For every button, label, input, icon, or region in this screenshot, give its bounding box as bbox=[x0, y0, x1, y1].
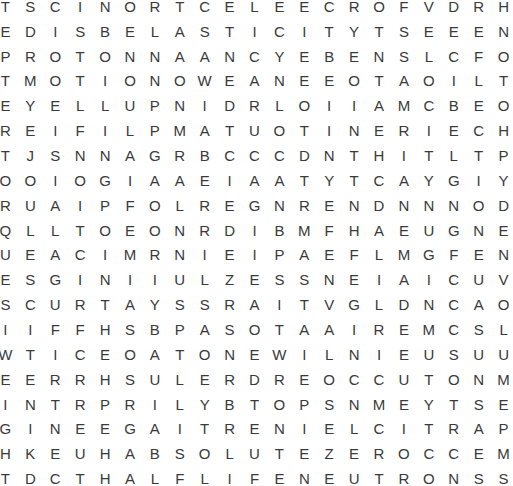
grid-cell[interactable]: P bbox=[93, 392, 118, 417]
grid-cell[interactable]: N bbox=[391, 193, 416, 218]
grid-cell[interactable]: I bbox=[416, 267, 441, 292]
grid-cell[interactable]: C bbox=[416, 93, 441, 118]
grid-cell[interactable]: F bbox=[167, 466, 192, 486]
grid-cell[interactable]: T bbox=[43, 392, 68, 417]
grid-cell[interactable]: P bbox=[292, 392, 317, 417]
grid-cell[interactable]: S bbox=[192, 19, 217, 44]
grid-cell[interactable]: O bbox=[292, 93, 317, 118]
grid-cell[interactable]: T bbox=[217, 19, 242, 44]
grid-cell[interactable]: E bbox=[217, 243, 242, 268]
grid-cell[interactable]: N bbox=[142, 44, 167, 69]
grid-cell[interactable]: A bbox=[142, 342, 167, 367]
grid-cell[interactable]: S bbox=[391, 44, 416, 69]
grid-cell[interactable]: T bbox=[167, 342, 192, 367]
grid-cell[interactable]: T bbox=[367, 19, 392, 44]
grid-cell[interactable]: D bbox=[441, 0, 466, 19]
grid-cell[interactable]: S bbox=[466, 317, 491, 342]
grid-cell[interactable]: N bbox=[317, 143, 342, 168]
grid-cell[interactable]: L bbox=[142, 19, 167, 44]
grid-cell[interactable]: I bbox=[292, 342, 317, 367]
grid-cell[interactable]: D bbox=[242, 367, 267, 392]
grid-cell[interactable]: E bbox=[292, 44, 317, 69]
grid-cell[interactable]: A bbox=[391, 69, 416, 94]
grid-cell[interactable]: O bbox=[367, 0, 392, 19]
grid-cell[interactable]: T bbox=[367, 466, 392, 486]
grid-cell[interactable]: S bbox=[167, 441, 192, 466]
grid-cell[interactable]: M bbox=[391, 93, 416, 118]
grid-cell[interactable]: S bbox=[317, 392, 342, 417]
grid-cell[interactable]: O bbox=[142, 193, 167, 218]
grid-cell[interactable]: N bbox=[491, 243, 513, 268]
grid-cell[interactable]: R bbox=[142, 0, 167, 19]
grid-cell[interactable]: L bbox=[43, 218, 68, 243]
grid-cell[interactable]: I bbox=[242, 243, 267, 268]
grid-cell[interactable]: C bbox=[267, 143, 292, 168]
grid-cell[interactable]: T bbox=[0, 0, 18, 19]
grid-cell[interactable]: F bbox=[317, 218, 342, 243]
grid-cell[interactable]: O bbox=[491, 44, 513, 69]
grid-cell[interactable]: A bbox=[43, 243, 68, 268]
grid-cell[interactable]: N bbox=[93, 267, 118, 292]
grid-cell[interactable]: H bbox=[93, 367, 118, 392]
grid-cell[interactable]: E bbox=[367, 118, 392, 143]
grid-cell[interactable]: O bbox=[342, 69, 367, 94]
grid-cell[interactable]: O bbox=[416, 466, 441, 486]
grid-cell[interactable]: L bbox=[367, 292, 392, 317]
grid-cell[interactable]: Z bbox=[317, 441, 342, 466]
grid-cell[interactable]: D bbox=[491, 193, 513, 218]
grid-cell[interactable]: E bbox=[317, 466, 342, 486]
grid-cell[interactable]: M bbox=[391, 243, 416, 268]
grid-cell[interactable]: C bbox=[367, 168, 392, 193]
grid-cell[interactable]: T bbox=[68, 218, 93, 243]
grid-cell[interactable]: C bbox=[441, 441, 466, 466]
grid-cell[interactable]: N bbox=[93, 0, 118, 19]
grid-cell[interactable]: F bbox=[68, 118, 93, 143]
grid-cell[interactable]: U bbox=[466, 267, 491, 292]
grid-cell[interactable]: C bbox=[242, 143, 267, 168]
grid-cell[interactable]: T bbox=[93, 292, 118, 317]
grid-cell[interactable]: T bbox=[292, 292, 317, 317]
grid-cell[interactable]: R bbox=[0, 193, 18, 218]
grid-cell[interactable]: H bbox=[342, 218, 367, 243]
grid-cell[interactable]: E bbox=[317, 69, 342, 94]
grid-cell[interactable]: C bbox=[192, 0, 217, 19]
grid-cell[interactable]: S bbox=[0, 292, 18, 317]
grid-cell[interactable]: I bbox=[43, 118, 68, 143]
grid-cell[interactable]: E bbox=[317, 193, 342, 218]
grid-cell[interactable]: A bbox=[466, 292, 491, 317]
grid-cell[interactable]: R bbox=[68, 392, 93, 417]
grid-cell[interactable]: D bbox=[18, 466, 43, 486]
grid-cell[interactable]: L bbox=[167, 392, 192, 417]
grid-cell[interactable]: E bbox=[43, 93, 68, 118]
grid-cell[interactable]: A bbox=[118, 466, 143, 486]
grid-cell[interactable]: G bbox=[441, 168, 466, 193]
grid-cell[interactable]: E bbox=[118, 218, 143, 243]
grid-cell[interactable]: R bbox=[68, 367, 93, 392]
grid-cell[interactable]: T bbox=[416, 367, 441, 392]
grid-cell[interactable]: E bbox=[118, 19, 143, 44]
grid-cell[interactable]: T bbox=[167, 0, 192, 19]
grid-cell[interactable]: I bbox=[68, 267, 93, 292]
grid-cell[interactable]: E bbox=[18, 118, 43, 143]
grid-cell[interactable]: I bbox=[142, 392, 167, 417]
grid-cell[interactable]: G bbox=[43, 267, 68, 292]
grid-cell[interactable]: M bbox=[292, 218, 317, 243]
grid-cell[interactable]: L bbox=[142, 466, 167, 486]
grid-cell[interactable]: R bbox=[192, 193, 217, 218]
grid-cell[interactable]: I bbox=[367, 342, 392, 367]
grid-cell[interactable]: N bbox=[342, 118, 367, 143]
grid-cell[interactable]: N bbox=[441, 466, 466, 486]
grid-cell[interactable]: T bbox=[342, 168, 367, 193]
grid-cell[interactable]: T bbox=[18, 342, 43, 367]
grid-cell[interactable]: T bbox=[292, 118, 317, 143]
grid-cell[interactable]: E bbox=[18, 367, 43, 392]
grid-cell[interactable]: M bbox=[118, 243, 143, 268]
grid-cell[interactable]: T bbox=[0, 466, 18, 486]
grid-cell[interactable]: I bbox=[118, 168, 143, 193]
grid-cell[interactable]: A bbox=[242, 292, 267, 317]
grid-cell[interactable]: S bbox=[466, 392, 491, 417]
grid-cell[interactable]: L bbox=[267, 93, 292, 118]
grid-cell[interactable]: P bbox=[267, 243, 292, 268]
grid-cell[interactable]: N bbox=[267, 193, 292, 218]
grid-cell[interactable]: I bbox=[68, 193, 93, 218]
grid-cell[interactable]: I bbox=[43, 168, 68, 193]
grid-cell[interactable]: W bbox=[192, 69, 217, 94]
grid-cell[interactable]: H bbox=[93, 441, 118, 466]
grid-cell[interactable]: A bbox=[118, 143, 143, 168]
grid-cell[interactable]: R bbox=[118, 392, 143, 417]
grid-cell[interactable]: O bbox=[242, 317, 267, 342]
grid-cell[interactable]: T bbox=[416, 143, 441, 168]
grid-cell[interactable]: P bbox=[167, 317, 192, 342]
grid-cell[interactable]: I bbox=[18, 317, 43, 342]
grid-cell[interactable]: R bbox=[0, 118, 18, 143]
grid-cell[interactable]: U bbox=[18, 193, 43, 218]
grid-cell[interactable]: A bbox=[43, 193, 68, 218]
grid-cell[interactable]: N bbox=[18, 392, 43, 417]
grid-cell[interactable]: C bbox=[68, 342, 93, 367]
grid-cell[interactable]: C bbox=[441, 317, 466, 342]
grid-cell[interactable]: N bbox=[342, 342, 367, 367]
grid-cell[interactable]: V bbox=[317, 292, 342, 317]
grid-cell[interactable]: C bbox=[367, 367, 392, 392]
grid-cell[interactable]: I bbox=[0, 392, 18, 417]
grid-cell[interactable]: Y bbox=[267, 44, 292, 69]
grid-cell[interactable]: E bbox=[292, 441, 317, 466]
grid-cell[interactable]: E bbox=[242, 342, 267, 367]
grid-cell[interactable]: E bbox=[43, 441, 68, 466]
grid-cell[interactable]: A bbox=[167, 168, 192, 193]
grid-cell[interactable]: R bbox=[267, 367, 292, 392]
grid-cell[interactable]: I bbox=[317, 93, 342, 118]
grid-cell[interactable]: T bbox=[217, 118, 242, 143]
grid-cell[interactable]: E bbox=[342, 441, 367, 466]
grid-cell[interactable]: E bbox=[192, 367, 217, 392]
grid-cell[interactable]: A bbox=[142, 168, 167, 193]
grid-cell[interactable]: E bbox=[491, 392, 513, 417]
grid-cell[interactable]: N bbox=[466, 367, 491, 392]
grid-cell[interactable]: Z bbox=[217, 267, 242, 292]
grid-cell[interactable]: V bbox=[416, 0, 441, 19]
grid-cell[interactable]: I bbox=[292, 416, 317, 441]
grid-cell[interactable]: T bbox=[242, 392, 267, 417]
grid-cell[interactable]: N bbox=[167, 218, 192, 243]
grid-cell[interactable]: I bbox=[43, 19, 68, 44]
grid-cell[interactable]: E bbox=[242, 416, 267, 441]
grid-cell[interactable]: E bbox=[441, 19, 466, 44]
grid-cell[interactable]: O bbox=[317, 367, 342, 392]
grid-cell[interactable]: F bbox=[43, 317, 68, 342]
grid-cell[interactable]: R bbox=[68, 292, 93, 317]
grid-cell[interactable]: U bbox=[391, 367, 416, 392]
grid-cell[interactable]: U bbox=[68, 441, 93, 466]
grid-cell[interactable]: N bbox=[43, 416, 68, 441]
grid-cell[interactable]: S bbox=[217, 317, 242, 342]
grid-cell[interactable]: T bbox=[267, 317, 292, 342]
grid-cell[interactable]: M bbox=[491, 441, 513, 466]
grid-cell[interactable]: U bbox=[167, 267, 192, 292]
grid-cell[interactable]: N bbox=[292, 466, 317, 486]
grid-cell[interactable]: E bbox=[342, 44, 367, 69]
grid-cell[interactable]: L bbox=[317, 342, 342, 367]
grid-cell[interactable]: N bbox=[416, 292, 441, 317]
grid-cell[interactable]: Y bbox=[491, 168, 513, 193]
grid-cell[interactable]: B bbox=[192, 143, 217, 168]
grid-cell[interactable]: I bbox=[342, 93, 367, 118]
grid-cell[interactable]: L bbox=[93, 93, 118, 118]
grid-cell[interactable]: T bbox=[342, 143, 367, 168]
grid-cell[interactable]: A bbox=[118, 441, 143, 466]
grid-cell[interactable]: L bbox=[441, 143, 466, 168]
grid-cell[interactable]: Y bbox=[142, 292, 167, 317]
grid-cell[interactable]: O bbox=[192, 342, 217, 367]
grid-cell[interactable]: I bbox=[466, 168, 491, 193]
grid-cell[interactable]: E bbox=[217, 0, 242, 19]
grid-cell[interactable]: N bbox=[491, 19, 513, 44]
grid-cell[interactable]: L bbox=[242, 0, 267, 19]
grid-cell[interactable]: G bbox=[142, 143, 167, 168]
grid-cell[interactable]: L bbox=[167, 367, 192, 392]
grid-cell[interactable]: N bbox=[167, 93, 192, 118]
grid-cell[interactable]: D bbox=[217, 218, 242, 243]
grid-cell[interactable]: I bbox=[217, 466, 242, 486]
grid-cell[interactable]: I bbox=[242, 218, 267, 243]
grid-cell[interactable]: N bbox=[317, 267, 342, 292]
grid-cell[interactable]: R bbox=[367, 441, 392, 466]
grid-cell[interactable]: D bbox=[292, 143, 317, 168]
grid-cell[interactable]: I bbox=[416, 118, 441, 143]
grid-cell[interactable]: E bbox=[491, 218, 513, 243]
grid-cell[interactable]: Y bbox=[317, 168, 342, 193]
grid-cell[interactable]: R bbox=[292, 193, 317, 218]
grid-cell[interactable]: I bbox=[342, 317, 367, 342]
grid-cell[interactable]: P bbox=[142, 118, 167, 143]
grid-cell[interactable]: V bbox=[491, 267, 513, 292]
grid-cell[interactable]: E bbox=[466, 441, 491, 466]
grid-cell[interactable]: D bbox=[18, 19, 43, 44]
grid-cell[interactable]: T bbox=[466, 143, 491, 168]
grid-cell[interactable]: O bbox=[0, 168, 18, 193]
grid-cell[interactable]: M bbox=[416, 317, 441, 342]
grid-cell[interactable]: T bbox=[68, 466, 93, 486]
grid-cell[interactable]: A bbox=[192, 118, 217, 143]
grid-cell[interactable]: E bbox=[391, 218, 416, 243]
grid-cell[interactable]: E bbox=[466, 19, 491, 44]
grid-cell[interactable]: C bbox=[43, 466, 68, 486]
grid-cell[interactable]: N bbox=[118, 44, 143, 69]
grid-cell[interactable]: R bbox=[217, 416, 242, 441]
grid-cell[interactable]: W bbox=[0, 342, 18, 367]
grid-cell[interactable]: R bbox=[167, 143, 192, 168]
grid-cell[interactable]: H bbox=[93, 317, 118, 342]
grid-cell[interactable]: A bbox=[192, 317, 217, 342]
grid-cell[interactable]: H bbox=[491, 0, 513, 19]
grid-cell[interactable]: I bbox=[93, 69, 118, 94]
grid-cell[interactable]: E bbox=[267, 466, 292, 486]
grid-cell[interactable]: R bbox=[142, 243, 167, 268]
grid-cell[interactable]: J bbox=[18, 143, 43, 168]
grid-cell[interactable]: E bbox=[0, 267, 18, 292]
grid-cell[interactable]: I bbox=[93, 118, 118, 143]
grid-cell[interactable]: A bbox=[242, 69, 267, 94]
grid-cell[interactable]: F bbox=[466, 44, 491, 69]
grid-cell[interactable]: S bbox=[292, 267, 317, 292]
grid-cell[interactable]: R bbox=[367, 317, 392, 342]
grid-cell[interactable]: O bbox=[391, 441, 416, 466]
grid-cell[interactable]: E bbox=[267, 0, 292, 19]
grid-cell[interactable]: O bbox=[93, 218, 118, 243]
grid-cell[interactable]: R bbox=[18, 44, 43, 69]
grid-cell[interactable]: A bbox=[118, 292, 143, 317]
grid-cell[interactable]: U bbox=[0, 243, 18, 268]
grid-cell[interactable]: I bbox=[192, 93, 217, 118]
grid-cell[interactable]: E bbox=[292, 0, 317, 19]
grid-cell[interactable]: T bbox=[367, 69, 392, 94]
grid-cell[interactable]: T bbox=[68, 44, 93, 69]
grid-cell[interactable]: R bbox=[217, 292, 242, 317]
grid-cell[interactable]: N bbox=[441, 193, 466, 218]
grid-cell[interactable]: A bbox=[192, 44, 217, 69]
grid-cell[interactable]: T bbox=[416, 416, 441, 441]
grid-cell[interactable]: E bbox=[342, 267, 367, 292]
grid-cell[interactable]: C bbox=[68, 243, 93, 268]
grid-cell[interactable]: P bbox=[491, 143, 513, 168]
grid-cell[interactable]: A bbox=[317, 317, 342, 342]
grid-cell[interactable]: I bbox=[317, 118, 342, 143]
grid-cell[interactable]: O bbox=[491, 292, 513, 317]
grid-cell[interactable]: C bbox=[43, 0, 68, 19]
grid-cell[interactable]: R bbox=[391, 118, 416, 143]
grid-cell[interactable]: N bbox=[342, 193, 367, 218]
grid-cell[interactable]: E bbox=[0, 19, 18, 44]
grid-cell[interactable]: D bbox=[217, 93, 242, 118]
grid-cell[interactable]: E bbox=[466, 243, 491, 268]
grid-cell[interactable]: C bbox=[267, 19, 292, 44]
grid-cell[interactable]: E bbox=[18, 243, 43, 268]
grid-cell[interactable]: U bbox=[142, 367, 167, 392]
grid-cell[interactable]: O bbox=[18, 168, 43, 193]
grid-cell[interactable]: A bbox=[292, 243, 317, 268]
grid-cell[interactable]: A bbox=[267, 168, 292, 193]
grid-cell[interactable]: T bbox=[192, 416, 217, 441]
grid-cell[interactable]: S bbox=[267, 267, 292, 292]
grid-cell[interactable]: A bbox=[142, 416, 167, 441]
grid-cell[interactable]: E bbox=[68, 416, 93, 441]
grid-cell[interactable]: E bbox=[93, 342, 118, 367]
grid-cell[interactable]: B bbox=[142, 317, 167, 342]
grid-cell[interactable]: Y bbox=[342, 19, 367, 44]
grid-cell[interactable]: L bbox=[217, 441, 242, 466]
grid-cell[interactable]: E bbox=[242, 267, 267, 292]
grid-cell[interactable]: H bbox=[0, 441, 18, 466]
grid-cell[interactable]: I bbox=[292, 19, 317, 44]
grid-cell[interactable]: E bbox=[217, 193, 242, 218]
grid-cell[interactable]: L bbox=[416, 44, 441, 69]
grid-cell[interactable]: U bbox=[242, 441, 267, 466]
grid-cell[interactable]: O bbox=[267, 392, 292, 417]
grid-cell[interactable]: A bbox=[167, 19, 192, 44]
grid-cell[interactable]: N bbox=[167, 243, 192, 268]
grid-cell[interactable]: L bbox=[167, 193, 192, 218]
grid-cell[interactable]: I bbox=[391, 143, 416, 168]
grid-cell[interactable]: I bbox=[142, 267, 167, 292]
grid-cell[interactable]: Y bbox=[416, 392, 441, 417]
grid-cell[interactable]: D bbox=[391, 292, 416, 317]
grid-cell[interactable]: D bbox=[367, 193, 392, 218]
grid-cell[interactable]: I bbox=[43, 342, 68, 367]
grid-cell[interactable]: F bbox=[242, 466, 267, 486]
grid-cell[interactable]: T bbox=[441, 392, 466, 417]
grid-cell[interactable]: I bbox=[391, 416, 416, 441]
grid-cell[interactable]: E bbox=[192, 168, 217, 193]
grid-cell[interactable]: C bbox=[441, 267, 466, 292]
grid-cell[interactable]: E bbox=[0, 93, 18, 118]
grid-cell[interactable]: O bbox=[466, 193, 491, 218]
grid-cell[interactable]: O bbox=[192, 441, 217, 466]
grid-cell[interactable]: N bbox=[267, 416, 292, 441]
grid-cell[interactable]: E bbox=[317, 243, 342, 268]
grid-cell[interactable]: N bbox=[267, 69, 292, 94]
grid-cell[interactable]: P bbox=[0, 44, 18, 69]
grid-cell[interactable]: S bbox=[68, 19, 93, 44]
grid-cell[interactable]: O bbox=[93, 44, 118, 69]
grid-cell[interactable]: A bbox=[367, 93, 392, 118]
grid-cell[interactable]: A bbox=[466, 416, 491, 441]
grid-cell[interactable]: P bbox=[93, 193, 118, 218]
grid-cell[interactable]: E bbox=[292, 69, 317, 94]
grid-cell[interactable]: L bbox=[18, 218, 43, 243]
grid-cell[interactable]: O bbox=[416, 69, 441, 94]
grid-cell[interactable]: N bbox=[416, 193, 441, 218]
grid-cell[interactable]: S bbox=[192, 292, 217, 317]
grid-cell[interactable]: T bbox=[0, 69, 18, 94]
grid-cell[interactable]: I bbox=[242, 19, 267, 44]
grid-cell[interactable]: C bbox=[18, 292, 43, 317]
grid-cell[interactable]: I bbox=[167, 416, 192, 441]
grid-cell[interactable]: C bbox=[217, 143, 242, 168]
grid-cell[interactable]: L bbox=[192, 466, 217, 486]
grid-cell[interactable]: U bbox=[416, 342, 441, 367]
grid-cell[interactable]: C bbox=[242, 44, 267, 69]
grid-cell[interactable]: N bbox=[93, 143, 118, 168]
grid-cell[interactable]: M bbox=[167, 118, 192, 143]
grid-cell[interactable]: S bbox=[118, 317, 143, 342]
grid-cell[interactable]: W bbox=[267, 342, 292, 367]
